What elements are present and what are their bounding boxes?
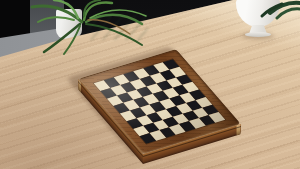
photo-scene — [0, 0, 300, 169]
dark-plant-leaves — [248, 0, 300, 20]
white-pedestal-planter-base — [245, 32, 271, 37]
chessboard-corner-cap — [237, 124, 241, 135]
houseplant-leaves — [24, 0, 160, 58]
